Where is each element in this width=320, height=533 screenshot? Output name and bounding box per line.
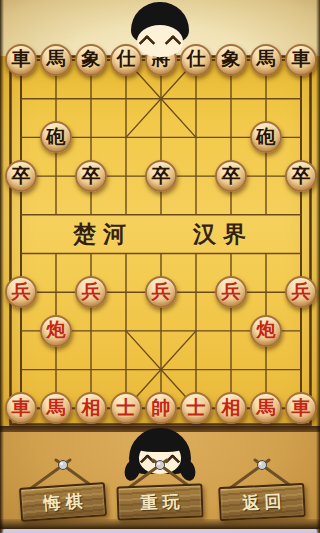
board-point-g2[interactable]: [214, 311, 249, 350]
piece-glyph: 兵: [82, 282, 101, 301]
board-point-c3[interactable]: 兵: [74, 273, 109, 312]
piece-grid[interactable]: 車馬象仕將仕象馬車砲砲卒卒卒卒卒兵兵兵兵兵炮炮車馬相士帥士相馬車: [4, 41, 319, 428]
bottom-dark-strip: [0, 519, 320, 529]
board-point-b2[interactable]: 炮: [39, 311, 74, 350]
board-point-b6[interactable]: [39, 157, 74, 196]
red-piece[interactable]: 車: [285, 392, 317, 424]
piece-glyph: 相: [82, 398, 101, 417]
board-point-b1[interactable]: [39, 350, 74, 389]
board-point-i9[interactable]: 車: [284, 41, 319, 80]
board-point-b9[interactable]: 馬: [39, 41, 74, 80]
board-point-f6[interactable]: [179, 157, 214, 196]
board-point-g1[interactable]: [214, 350, 249, 389]
black-piece[interactable]: 象: [75, 44, 107, 76]
board-point-f4[interactable]: [179, 234, 214, 273]
black-piece[interactable]: 卒: [5, 160, 37, 192]
board-point-h6[interactable]: [249, 157, 284, 196]
piece-glyph: 兵: [222, 282, 241, 301]
board-point-e0[interactable]: 帥: [144, 389, 179, 428]
board-point-f1[interactable]: [179, 350, 214, 389]
piece-glyph: 士: [117, 398, 136, 417]
undo-sign-board[interactable]: 悔棋: [19, 482, 107, 522]
board-point-i3[interactable]: 兵: [284, 273, 319, 312]
red-piece[interactable]: 相: [215, 392, 247, 424]
board-point-d3[interactable]: [109, 273, 144, 312]
board-point-h8[interactable]: [249, 79, 284, 118]
piece-glyph: 炮: [47, 320, 66, 339]
board-point-d4[interactable]: [109, 234, 144, 273]
board-point-c7[interactable]: [74, 118, 109, 157]
board-point-b0[interactable]: 馬: [39, 389, 74, 428]
board-point-g7[interactable]: [214, 118, 249, 157]
piece-glyph: 卒: [152, 166, 171, 185]
red-piece[interactable]: 車: [5, 392, 37, 424]
piece-glyph: 馬: [257, 398, 276, 417]
red-piece[interactable]: 兵: [215, 276, 247, 308]
back-sign-board[interactable]: 返回: [218, 483, 306, 521]
board-point-f2[interactable]: [179, 311, 214, 350]
board-point-i5[interactable]: [284, 195, 319, 234]
black-piece[interactable]: 卒: [215, 160, 247, 192]
board-point-c1[interactable]: [74, 350, 109, 389]
board-point-d7[interactable]: [109, 118, 144, 157]
board-point-i1[interactable]: [284, 350, 319, 389]
board-point-c0[interactable]: 相: [74, 389, 109, 428]
board-point-d2[interactable]: [109, 311, 144, 350]
right-screen-edge: [316, 0, 320, 533]
board-point-c8[interactable]: [74, 79, 109, 118]
black-piece[interactable]: 卒: [285, 160, 317, 192]
board-point-e8[interactable]: [144, 79, 179, 118]
board-point-i7[interactable]: [284, 118, 319, 157]
board-point-e6[interactable]: 卒: [144, 157, 179, 196]
board-point-a4[interactable]: [4, 234, 39, 273]
board-point-e4[interactable]: [144, 234, 179, 273]
piece-glyph: 車: [12, 398, 31, 417]
board-point-b4[interactable]: [39, 234, 74, 273]
piece-glyph: 車: [292, 398, 311, 417]
board-point-g5[interactable]: [214, 195, 249, 234]
piece-glyph: 兵: [12, 282, 31, 301]
piece-glyph: 炮: [257, 320, 276, 339]
piece-glyph: 馬: [257, 49, 276, 68]
board-point-f8[interactable]: [179, 79, 214, 118]
board-point-e3[interactable]: 兵: [144, 273, 179, 312]
piece-glyph: 卒: [12, 166, 31, 185]
board-point-f0[interactable]: 士: [179, 389, 214, 428]
board-point-a3[interactable]: 兵: [4, 273, 39, 312]
back-button-label: 返回: [237, 489, 287, 515]
piece-glyph: 砲: [257, 127, 276, 146]
piece-glyph: 馬: [47, 49, 66, 68]
board-point-e5[interactable]: [144, 195, 179, 234]
red-piece[interactable]: 馬: [40, 392, 72, 424]
piece-glyph: 帥: [152, 398, 171, 417]
board-point-a7[interactable]: [4, 118, 39, 157]
board-point-b5[interactable]: [39, 195, 74, 234]
board-point-g8[interactable]: [214, 79, 249, 118]
black-player-avatar: [125, 2, 195, 58]
left-screen-edge: [0, 0, 4, 533]
boy-left-eye-icon: [139, 35, 156, 52]
piece-glyph: 車: [12, 49, 31, 68]
board-point-h4[interactable]: [249, 234, 284, 273]
boy-right-eye-icon: [165, 35, 182, 52]
black-piece[interactable]: 砲: [40, 121, 72, 153]
board-point-b3[interactable]: [39, 273, 74, 312]
board-point-h7[interactable]: 砲: [249, 118, 284, 157]
piece-glyph: 象: [222, 49, 241, 68]
red-piece[interactable]: 士: [180, 392, 212, 424]
board-point-f7[interactable]: [179, 118, 214, 157]
bottom-light-strip: [2, 529, 318, 533]
red-piece[interactable]: 士: [110, 392, 142, 424]
piece-glyph: 兵: [152, 282, 171, 301]
black-piece[interactable]: 砲: [250, 121, 282, 153]
piece-glyph: 馬: [47, 398, 66, 417]
piece-glyph: 士: [187, 398, 206, 417]
black-piece[interactable]: 車: [5, 44, 37, 76]
board-point-h3[interactable]: [249, 273, 284, 312]
board-point-d0[interactable]: 士: [109, 389, 144, 428]
board-point-h1[interactable]: [249, 350, 284, 389]
board-point-a1[interactable]: [4, 350, 39, 389]
board-point-g4[interactable]: [214, 234, 249, 273]
piece-glyph: 相: [222, 398, 241, 417]
board-point-b8[interactable]: [39, 79, 74, 118]
black-piece[interactable]: 卒: [75, 160, 107, 192]
red-piece[interactable]: 兵: [145, 276, 177, 308]
board-point-i6[interactable]: 卒: [284, 157, 319, 196]
replay-button-label: 重玩: [135, 490, 185, 515]
piece-glyph: 卒: [292, 166, 311, 185]
board-point-d8[interactable]: [109, 79, 144, 118]
board-point-c2[interactable]: [74, 311, 109, 350]
xiangqi-game-screen: 楚河 汉界 車馬象仕將仕象馬車砲砲卒卒卒卒卒兵兵兵兵兵炮炮車馬相士帥士相馬車 悔…: [0, 0, 320, 533]
piece-glyph: 車: [292, 49, 311, 68]
board-point-a5[interactable]: [4, 195, 39, 234]
board-point-e1[interactable]: [144, 350, 179, 389]
board-point-i0[interactable]: 車: [284, 389, 319, 428]
board-point-c6[interactable]: 卒: [74, 157, 109, 196]
board-point-a2[interactable]: [4, 311, 39, 350]
board-point-a0[interactable]: 車: [4, 389, 39, 428]
board-point-e2[interactable]: [144, 311, 179, 350]
piece-glyph: 象: [82, 49, 101, 68]
board-point-g6[interactable]: 卒: [214, 157, 249, 196]
board-point-h9[interactable]: 馬: [249, 41, 284, 80]
board-point-c9[interactable]: 象: [74, 41, 109, 80]
black-piece[interactable]: 馬: [40, 44, 72, 76]
piece-glyph: 卒: [222, 166, 241, 185]
board-point-h2[interactable]: 炮: [249, 311, 284, 350]
red-piece[interactable]: 相: [75, 392, 107, 424]
board-point-b7[interactable]: 砲: [39, 118, 74, 157]
board-point-e7[interactable]: [144, 118, 179, 157]
black-piece[interactable]: 象: [215, 44, 247, 76]
board-point-i4[interactable]: [284, 234, 319, 273]
red-piece[interactable]: 兵: [285, 276, 317, 308]
boy-face: [137, 25, 183, 57]
red-piece[interactable]: 炮: [250, 315, 282, 347]
board-point-a9[interactable]: 車: [4, 41, 39, 80]
board-point-d5[interactable]: [109, 195, 144, 234]
black-piece[interactable]: 車: [285, 44, 317, 76]
board-point-c4[interactable]: [74, 234, 109, 273]
board-point-g3[interactable]: 兵: [214, 273, 249, 312]
black-piece[interactable]: 卒: [145, 160, 177, 192]
red-piece[interactable]: 馬: [250, 392, 282, 424]
board-point-i8[interactable]: [284, 79, 319, 118]
piece-glyph: 兵: [292, 282, 311, 301]
board-point-d1[interactable]: [109, 350, 144, 389]
black-piece[interactable]: 馬: [250, 44, 282, 76]
board-point-a8[interactable]: [4, 79, 39, 118]
board-point-f5[interactable]: [179, 195, 214, 234]
board-point-i2[interactable]: [284, 311, 319, 350]
board-point-c5[interactable]: [74, 195, 109, 234]
replay-sign-board[interactable]: 重玩: [116, 484, 203, 521]
piece-glyph: 砲: [47, 127, 66, 146]
board-point-g9[interactable]: 象: [214, 41, 249, 80]
board-point-h0[interactable]: 馬: [249, 389, 284, 428]
board-point-h5[interactable]: [249, 195, 284, 234]
board-point-a6[interactable]: 卒: [4, 157, 39, 196]
red-piece[interactable]: 帥: [145, 392, 177, 424]
red-piece[interactable]: 兵: [75, 276, 107, 308]
undo-button-label: 悔棋: [38, 489, 88, 515]
board-point-g0[interactable]: 相: [214, 389, 249, 428]
board-point-f3[interactable]: [179, 273, 214, 312]
piece-glyph: 卒: [82, 166, 101, 185]
board-point-d6[interactable]: [109, 157, 144, 196]
red-piece[interactable]: 炮: [40, 315, 72, 347]
red-piece[interactable]: 兵: [5, 276, 37, 308]
